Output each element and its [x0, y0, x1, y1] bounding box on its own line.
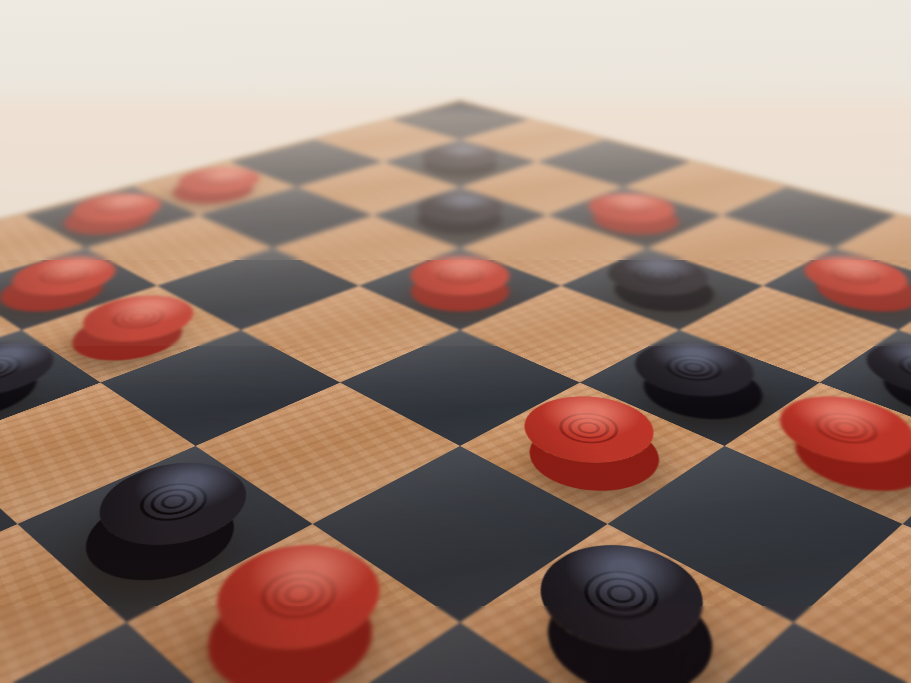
- checkers-photo-scene: Checkers (Draughts): [0, 0, 911, 683]
- board-grid: [0, 102, 911, 683]
- checkers-board: [0, 100, 911, 683]
